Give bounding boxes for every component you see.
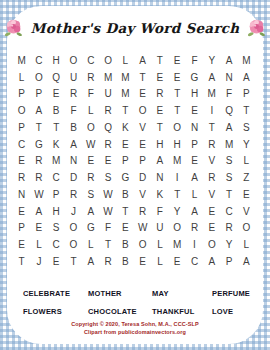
grid-cell-r9c12[interactable]: V [203,186,220,203]
word-item-mother: MOTHER [88,289,152,298]
grid-cell-r2c14[interactable]: A [238,69,255,86]
grid-cell-r11c14[interactable]: O [238,220,255,237]
grid-cell-r2c1[interactable]: L [13,69,30,86]
word-item-love: LOVE [212,307,252,316]
grid-cell-r1c12[interactable]: Y [203,52,220,69]
grid-cell-r7c4[interactable]: N [65,153,82,170]
grid-cell-r5c11[interactable]: N [186,119,203,136]
grid-cell-r4c9[interactable]: E [151,102,168,119]
grid-cell-r13c7[interactable]: B [117,253,134,270]
grid-cell-r7c10[interactable]: M [169,153,186,170]
grid-cell-r11c1[interactable]: P [13,220,30,237]
grid-cell-r6c13[interactable]: M [220,136,237,153]
grid-cell-r7c5[interactable]: E [82,153,99,170]
grid-cell-r10c7[interactable]: T [117,203,134,220]
grid-cell-r7c7[interactable]: P [117,153,134,170]
grid-cell-r5c5[interactable]: O [82,119,99,136]
grid-cell-r8c10[interactable]: I [169,169,186,186]
grid-cell-r1c13[interactable]: A [220,52,237,69]
grid-cell-r5c10[interactable]: O [169,119,186,136]
grid-cell-r7c8[interactable]: P [134,153,151,170]
grid-cell-r7c13[interactable]: S [220,153,237,170]
grid-cell-r11c11[interactable]: R [186,220,203,237]
grid-cell-r5c8[interactable]: V [134,119,151,136]
grid-cell-r4c11[interactable]: E [186,102,203,119]
grid-cell-r6c14[interactable]: Y [238,136,255,153]
grid-cell-r1c9[interactable]: T [151,52,168,69]
grid-cell-r3c9[interactable]: R [151,86,168,103]
grid-cell-r12c3[interactable]: C [48,236,65,253]
grid-cell-r9c1[interactable]: N [13,186,30,203]
word-item-chocolate: CHOCOLATE [88,307,152,316]
grid-cell-r11c13[interactable]: R [220,220,237,237]
grid-cell-r3c8[interactable]: E [134,86,151,103]
grid-cell-r9c7[interactable]: B [117,186,134,203]
grid-cell-r6c11[interactable]: P [186,136,203,153]
grid-cell-r1c6[interactable]: O [99,52,116,69]
grid-cell-r8c1[interactable]: R [13,169,30,186]
grid-cell-r5c12[interactable]: T [203,119,220,136]
grid-cell-r5c2[interactable]: T [30,119,47,136]
grid-cell-r5c6[interactable]: Q [99,119,116,136]
grid-cell-r5c1[interactable]: P [13,119,30,136]
grid-cell-r12c14[interactable]: L [238,236,255,253]
grid-cell-r9c10[interactable]: T [169,186,186,203]
grid-cell-r10c8[interactable]: R [134,203,151,220]
grid-cell-r6c7[interactable]: E [117,136,134,153]
grid-cell-r9c14[interactable]: E [238,186,255,203]
grid-cell-r2c7[interactable]: M [117,69,134,86]
grid-cell-r7c6[interactable]: E [99,153,116,170]
grid-cell-r2c8[interactable]: T [134,69,151,86]
footer: Copyright © 2020, Teresa Sohn, M.A., CCC… [7,320,263,336]
grid-cell-r10c10[interactable]: Y [169,203,186,220]
grid-cell-r12c7[interactable]: B [117,236,134,253]
grid-cell-r10c4[interactable]: J [65,203,82,220]
grid-cell-r4c5[interactable]: L [82,102,99,119]
grid-cell-r5c9[interactable]: T [151,119,168,136]
worksheet-card: Mother's Day Word Search MCHOCOLATEFYAML… [7,6,263,344]
grid-cell-r12c2[interactable]: L [30,236,47,253]
grid-cell-r4c12[interactable]: I [203,102,220,119]
grid-cell-r6c10[interactable]: H [169,136,186,153]
grid-cell-r2c10[interactable]: E [169,69,186,86]
grid-cell-r7c9[interactable]: A [151,153,168,170]
grid-cell-r3c14[interactable]: P [238,86,255,103]
grid-cell-r3c12[interactable]: M [203,86,220,103]
grid-cell-r13c3[interactable]: E [48,253,65,270]
grid-cell-r1c1[interactable]: M [13,52,30,69]
grid-cell-r8c4[interactable]: D [65,169,82,186]
grid-cell-r4c3[interactable]: B [48,102,65,119]
grid-cell-r11c10[interactable]: O [169,220,186,237]
grid-cell-r10c2[interactable]: A [30,203,47,220]
grid-cell-r11c8[interactable]: W [134,220,151,237]
page-title: Mother's Day Word Search [31,20,240,36]
grid-cell-r12c5[interactable]: L [82,236,99,253]
grid-cell-r5c14[interactable]: S [238,119,255,136]
grid-cell-r13c4[interactable]: T [65,253,82,270]
grid-cell-r3c11[interactable]: H [186,86,203,103]
grid-cell-r8c7[interactable]: G [117,169,134,186]
grid-cell-r13c13[interactable]: P [220,253,237,270]
grid-cell-r3c10[interactable]: T [169,86,186,103]
grid-cell-r12c1[interactable]: E [13,236,30,253]
grid-cell-r8c13[interactable]: S [220,169,237,186]
grid-cell-r6c8[interactable]: E [134,136,151,153]
grid-cell-r1c11[interactable]: F [186,52,203,69]
grid-cell-r13c5[interactable]: A [82,253,99,270]
grid-cell-r7c11[interactable]: E [186,153,203,170]
grid-cell-r13c11[interactable]: C [186,253,203,270]
grid-cell-r11c7[interactable]: E [117,220,134,237]
grid-cell-r1c10[interactable]: E [169,52,186,69]
grid-cell-r12c9[interactable]: L [151,236,168,253]
grid-cell-r4c7[interactable]: T [117,102,134,119]
grid-cell-r9c4[interactable]: R [65,186,82,203]
grid-cell-r3c2[interactable]: P [30,86,47,103]
grid-cell-r9c5[interactable]: S [82,186,99,203]
grid-cell-r12c13[interactable]: Y [220,236,237,253]
grid-cell-r9c2[interactable]: W [30,186,47,203]
grid-cell-r13c9[interactable]: L [151,253,168,270]
word-item-flowers: FLOWERS [23,307,88,316]
grid-cell-r4c4[interactable]: F [65,102,82,119]
grid-cell-r10c3[interactable]: H [48,203,65,220]
grid-cell-r12c6[interactable]: T [99,236,116,253]
grid-cell-r1c14[interactable]: M [238,52,255,69]
grid-cell-r2c9[interactable]: E [151,69,168,86]
grid-cell-r10c14[interactable]: V [238,203,255,220]
grid-cell-r3c1[interactable]: P [13,86,30,103]
grid-cell-r11c6[interactable]: F [99,220,116,237]
pink-flower-icon [246,17,267,38]
grid-cell-r1c7[interactable]: L [117,52,134,69]
grid-cell-r8c14[interactable]: Z [238,169,255,186]
grid-cell-r2c6[interactable]: M [99,69,116,86]
grid-cell-r12c11[interactable]: I [186,236,203,253]
grid-cell-r12c10[interactable]: M [169,236,186,253]
grid-cell-r2c4[interactable]: U [65,69,82,86]
grid-cell-r3c13[interactable]: F [220,86,237,103]
grid-cell-r5c7[interactable]: K [117,119,134,136]
pink-flower-icon [3,17,24,38]
grid-cell-r8c6[interactable]: S [99,169,116,186]
grid-cell-r1c5[interactable]: C [82,52,99,69]
grid-cell-r1c8[interactable]: A [134,52,151,69]
grid-cell-r4c14[interactable]: T [238,102,255,119]
grid-cell-r2c5[interactable]: R [82,69,99,86]
grid-cell-r1c4[interactable]: O [65,52,82,69]
grid-cell-r10c9[interactable]: F [151,203,168,220]
grid-cell-r9c11[interactable]: L [186,186,203,203]
grid-cell-r3c5[interactable]: F [82,86,99,103]
copyright-line: Copyright © 2020, Teresa Sohn, M.A., CCC… [7,320,263,328]
grid-cell-r13c6[interactable]: R [99,253,116,270]
grid-cell-r8c8[interactable]: D [134,169,151,186]
grid-cell-r9c6[interactable]: W [99,186,116,203]
grid-cell-r11c9[interactable]: U [151,220,168,237]
grid-cell-r6c9[interactable]: H [151,136,168,153]
grid-cell-r6c2[interactable]: G [30,136,47,153]
word-item-thankful: THANKFUL [152,307,212,316]
grid-cell-r4c2[interactable]: A [30,102,47,119]
word-list: CELEBRATEMOTHERMAYPERFUMEFLOWERSCHOCOLAT… [23,284,252,321]
grid-cell-r10c1[interactable]: E [13,203,30,220]
grid-cell-r11c12[interactable]: E [203,220,220,237]
grid-cell-r4c8[interactable]: O [134,102,151,119]
grid-cell-r5c4[interactable]: B [65,119,82,136]
grid-cell-r3c6[interactable]: U [99,86,116,103]
grid-cell-r10c13[interactable]: C [220,203,237,220]
word-item-celebrate: CELEBRATE [23,289,88,298]
grid-cell-r6c12[interactable]: R [203,136,220,153]
word-item-may: MAY [152,289,212,298]
grid-cell-r3c4[interactable]: R [65,86,82,103]
grid-cell-r12c4[interactable]: O [65,236,82,253]
grid-cell-r6c3[interactable]: K [48,136,65,153]
grid-cell-r13c2[interactable]: J [30,253,47,270]
grid-cell-r10c5[interactable]: A [82,203,99,220]
grid-cell-r7c2[interactable]: R [30,153,47,170]
grid-cell-r10c12[interactable]: E [203,203,220,220]
grid-cell-r7c12[interactable]: V [203,153,220,170]
grid-cell-r8c9[interactable]: N [151,169,168,186]
grid-cell-r6c1[interactable]: C [13,136,30,153]
word-item-perfume: PERFUME [212,289,252,298]
grid-cell-r11c5[interactable]: G [82,220,99,237]
grid-cell-r2c11[interactable]: G [186,69,203,86]
grid-cell-r2c2[interactable]: O [30,69,47,86]
grid-cell-r8c12[interactable]: R [203,169,220,186]
grid-cell-r3c3[interactable]: E [48,86,65,103]
grid-cell-r5c3[interactable]: T [48,119,65,136]
grid-cell-r12c8[interactable]: O [134,236,151,253]
grid-cell-r3c7[interactable]: M [117,86,134,103]
grid-cell-r6c4[interactable]: A [65,136,82,153]
grid-cell-r11c3[interactable]: S [48,220,65,237]
grid-cell-r13c14[interactable]: A [238,253,255,270]
grid-cell-r7c14[interactable]: L [238,153,255,170]
title-row: Mother's Day Word Search [7,17,263,38]
grid-cell-r9c9[interactable]: K [151,186,168,203]
grid-cell-r8c2[interactable]: R [30,169,47,186]
grid-cell-r8c11[interactable]: A [186,169,203,186]
grid-cell-r13c12[interactable]: A [203,253,220,270]
grid-cell-r8c5[interactable]: R [82,169,99,186]
grid-cell-r9c13[interactable]: T [220,186,237,203]
grid-cell-r4c6[interactable]: R [99,102,116,119]
grid-cell-r9c3[interactable]: P [48,186,65,203]
grid-cell-r12c12[interactable]: O [203,236,220,253]
clipart-credit-line: Clipart from publicdomainvectors.org [7,328,263,336]
letter-grid: MCHOCOLATEFYAMLOQURMMTEEGANAPPERFUMERTHM… [13,52,255,270]
grid-cell-r1c3[interactable]: H [48,52,65,69]
grid-cell-r7c3[interactable]: M [48,153,65,170]
grid-cell-r10c11[interactable]: A [186,203,203,220]
grid-cell-r4c13[interactable]: Q [220,102,237,119]
grid-cell-r6c6[interactable]: R [99,136,116,153]
grid-cell-r10c6[interactable]: W [99,203,116,220]
grid-cell-r13c8[interactable]: E [134,253,151,270]
grid-cell-r7c1[interactable]: E [13,153,30,170]
grid-cell-r1c2[interactable]: C [30,52,47,69]
grid-cell-r8c3[interactable]: C [48,169,65,186]
grid-cell-r11c4[interactable]: O [65,220,82,237]
grid-cell-r4c1[interactable]: O [13,102,30,119]
grid-cell-r11c2[interactable]: E [30,220,47,237]
grid-cell-r4c10[interactable]: T [169,102,186,119]
grid-cell-r13c1[interactable]: T [13,253,30,270]
grid-cell-r6c5[interactable]: W [82,136,99,153]
grid-cell-r2c3[interactable]: Q [48,69,65,86]
grid-cell-r9c8[interactable]: V [134,186,151,203]
grid-cell-r2c13[interactable]: N [220,69,237,86]
gingham-background: Mother's Day Word Search MCHOCOLATEFYAML… [0,0,270,350]
grid-cell-r2c12[interactable]: A [203,69,220,86]
grid-cell-r13c10[interactable]: E [169,253,186,270]
grid-cell-r5c13[interactable]: A [220,119,237,136]
